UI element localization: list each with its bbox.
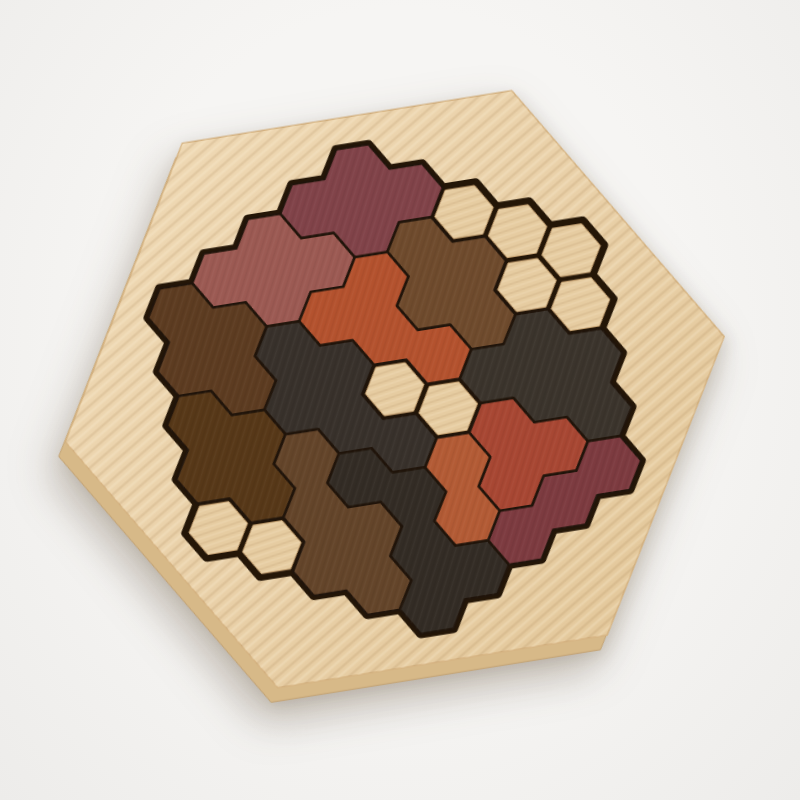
product-photo-scene <box>0 0 800 800</box>
board-svg <box>0 18 800 797</box>
puzzle-board <box>0 18 800 797</box>
